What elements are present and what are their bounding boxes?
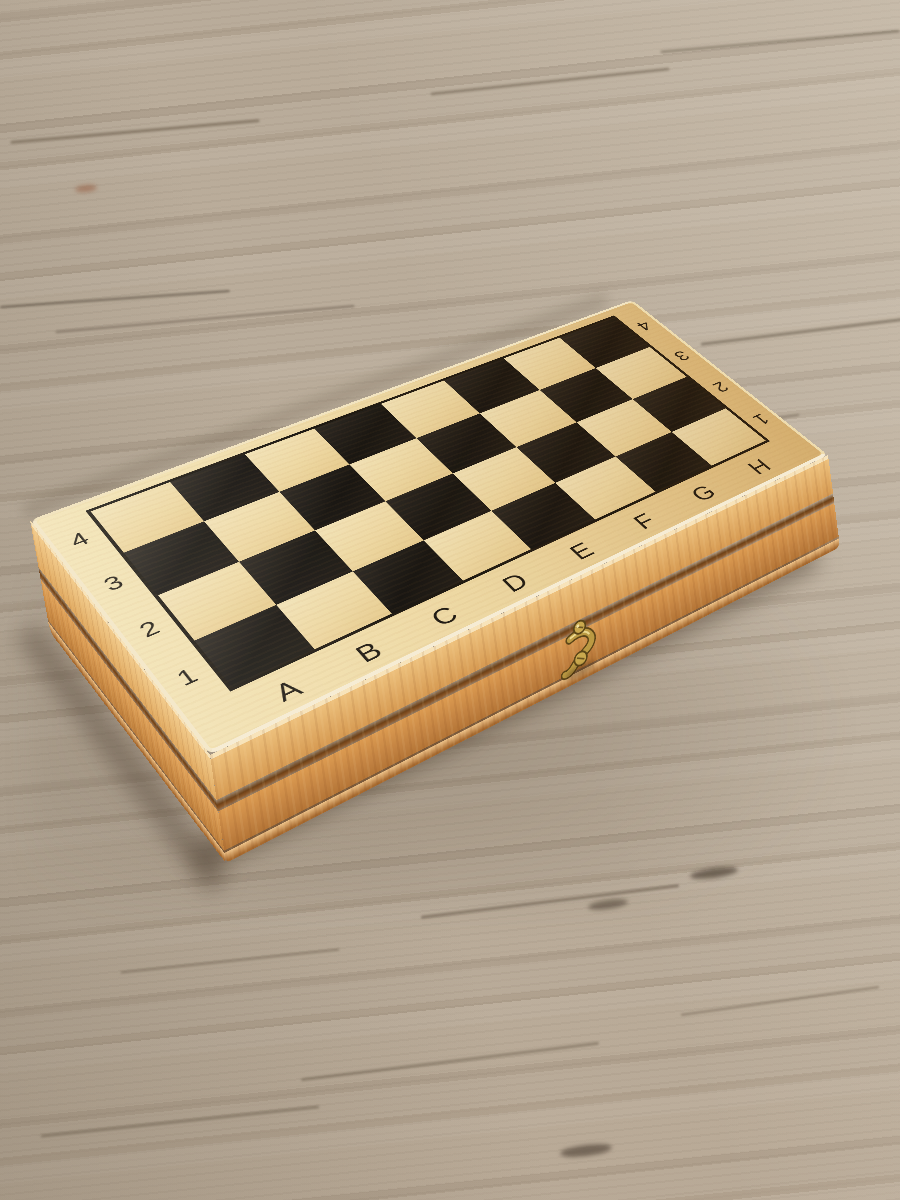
product-photo-scene: ABCDEFGH 4321 4321: [0, 0, 900, 1200]
wood-grain-streak: [681, 986, 879, 1016]
wood-grain-streak: [701, 317, 900, 346]
wood-grain-streak: [0, 290, 230, 308]
wood-grain-streak: [431, 67, 670, 95]
wood-grain-streak: [41, 1105, 320, 1137]
wood-knot: [560, 1142, 613, 1159]
wood-grain-streak: [55, 305, 354, 333]
wood-grain-streak: [660, 30, 899, 54]
wood-grain-streak: [10, 119, 259, 144]
wood-grain-streak: [120, 949, 339, 974]
wood-knot: [75, 184, 98, 193]
wood-grain-streak: [301, 1042, 599, 1082]
